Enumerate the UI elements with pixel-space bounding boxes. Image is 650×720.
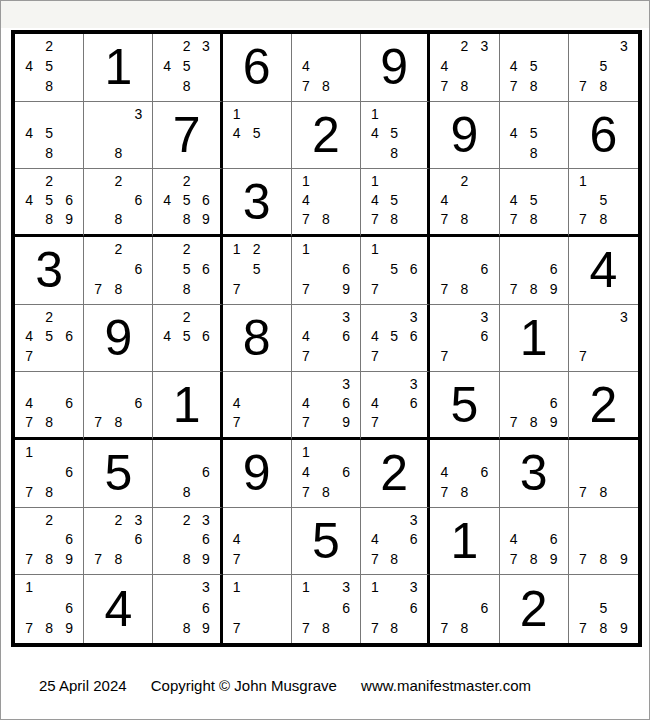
cell-r3c5: 1478 [292,169,361,237]
candidate-digit: 8 [108,143,128,163]
candidate-empty [316,374,336,393]
candidate-empty [614,171,634,190]
candidate-digit: 1 [365,104,384,124]
candidate-digit: 6 [336,598,356,618]
cell-r2c1: 458 [15,102,84,170]
candidate-digit: 7 [573,210,593,229]
candidate-empty [88,124,108,144]
candidate-digit: 7 [365,549,384,569]
candidate-empty [524,510,544,530]
candidate-empty [59,374,79,393]
candidate-empty [593,442,613,462]
candidate-empty [177,346,196,366]
candidate-grid: 4678 [15,372,83,437]
candidate-empty [19,210,39,229]
candidate-empty [59,346,79,366]
candidate-grid: 3578 [569,34,638,101]
candidate-grid: 16789 [15,575,83,643]
candidate-empty [336,36,356,56]
candidate-digit: 8 [454,210,474,229]
candidate-digit: 8 [177,549,196,569]
candidate-grid: 37 [569,305,638,372]
candidate-digit: 6 [128,191,148,210]
candidate-digit: 7 [296,482,316,502]
candidate-grid: 14678 [292,440,360,507]
candidate-empty [88,210,108,229]
candidate-empty [316,279,336,299]
solved-digit: 7 [153,102,219,169]
candidate-digit: 6 [59,462,79,482]
candidate-empty [573,442,593,462]
cell-r7c1: 1678 [15,440,84,508]
solved-digit: 9 [430,102,498,169]
candidate-empty [267,124,287,144]
cell-r6c7: 5 [430,372,499,440]
candidate-empty [247,598,267,618]
candidate-digit: 2 [247,239,267,259]
candidate-digit: 2 [177,239,196,259]
candidate-empty [19,76,39,96]
candidate-empty [614,210,634,229]
candidate-empty [196,346,215,366]
candidate-digit: 7 [365,210,384,229]
solved-digit: 3 [223,169,291,234]
candidate-digit: 7 [227,618,247,638]
candidate-empty [593,462,613,482]
candidate-empty [157,210,176,229]
candidate-digit: 4 [504,56,524,76]
candidate-grid: 1578 [569,169,638,234]
candidate-empty [544,56,564,76]
candidate-digit: 3 [196,577,215,597]
candidate-empty [59,510,79,530]
sudoku-board: 2458123458647892347845783578458387145214… [11,30,642,647]
candidate-empty [39,374,59,393]
candidate-empty [544,76,564,96]
candidate-grid: 6789 [500,237,568,304]
candidate-empty [39,577,59,597]
candidate-digit: 8 [385,210,404,229]
candidate-digit: 8 [39,413,59,432]
candidate-digit: 8 [593,76,613,96]
candidate-empty [59,171,79,190]
candidate-digit: 5 [177,327,196,347]
candidate-grid: 3689 [153,575,219,643]
candidate-digit: 6 [336,259,356,279]
candidate-empty [365,307,384,327]
candidate-empty [385,394,404,413]
candidate-empty [39,346,59,366]
candidate-empty [573,530,593,550]
cell-r3c2: 268 [84,169,153,237]
candidate-empty [504,171,524,190]
candidate-digit: 9 [544,279,564,299]
candidate-empty [573,191,593,210]
candidate-empty [434,171,454,190]
candidate-empty [434,577,454,597]
cell-r9c2: 4 [84,575,153,643]
candidate-empty [108,259,128,279]
candidate-digit: 8 [593,618,613,638]
candidate-digit: 4 [296,327,316,347]
candidate-digit: 2 [39,171,59,190]
candidate-grid: 1567 [361,237,427,304]
candidate-empty [434,239,454,259]
solved-digit: 9 [223,440,291,507]
candidate-empty [267,549,287,569]
candidate-grid: 47 [223,372,291,437]
candidate-empty [544,210,564,229]
candidate-empty [336,56,356,76]
candidate-empty [454,307,474,327]
candidate-digit: 6 [336,327,356,347]
cell-r8c2: 23678 [84,508,153,576]
candidate-empty [267,374,287,393]
candidate-digit: 8 [39,618,59,638]
candidate-empty [316,413,336,432]
candidate-digit: 9 [614,618,634,638]
header-strip [1,1,649,28]
candidate-grid: 34679 [292,372,360,437]
candidate-empty [614,442,634,462]
candidate-digit: 8 [524,549,544,569]
candidate-digit: 4 [434,462,454,482]
candidate-empty [88,239,108,259]
candidate-digit: 6 [336,394,356,413]
candidate-empty [404,239,423,259]
cell-r1c4: 6 [223,34,292,102]
candidate-empty [385,530,404,550]
candidate-digit: 6 [404,394,423,413]
candidate-empty [614,577,634,597]
candidate-digit: 9 [544,413,564,432]
candidate-digit: 3 [404,510,423,530]
candidate-empty [573,598,593,618]
candidate-grid: 3467 [361,372,427,437]
candidate-empty [157,530,176,550]
candidate-digit: 2 [108,171,128,190]
candidate-empty [385,598,404,618]
candidate-digit: 7 [434,279,454,299]
cell-r3c8: 4578 [500,169,569,237]
cell-r1c8: 4578 [500,34,569,102]
candidate-empty [454,259,474,279]
candidate-digit: 4 [365,394,384,413]
candidate-empty [196,279,215,299]
candidate-digit: 3 [128,104,148,124]
candidate-grid: 23678 [84,508,152,575]
candidate-empty [336,618,356,638]
solved-digit: 5 [84,440,152,507]
candidate-digit: 7 [434,482,454,502]
candidate-empty [19,598,39,618]
candidate-empty [474,482,494,502]
candidate-empty [316,56,336,76]
candidate-digit: 6 [59,394,79,413]
candidate-empty [247,618,267,638]
candidate-empty [157,171,176,190]
candidate-empty [59,307,79,327]
cell-r4c1: 3 [15,237,84,305]
cell-r3c3: 245689 [153,169,222,237]
candidate-digit: 3 [404,307,423,327]
candidate-digit: 3 [336,374,356,393]
candidate-digit: 1 [365,239,384,259]
candidate-grid: 458 [15,102,83,169]
candidate-empty [59,104,79,124]
solved-digit: 1 [84,34,152,101]
candidate-digit: 7 [573,549,593,569]
candidate-empty [593,577,613,597]
candidate-grid: 678 [84,372,152,437]
candidate-empty [59,577,79,597]
cell-r9c8: 2 [500,575,569,643]
candidate-empty [504,143,524,163]
solved-digit: 4 [569,237,638,304]
candidate-empty [19,104,39,124]
solved-digit: 5 [292,508,360,575]
candidate-digit: 4 [227,394,247,413]
candidate-empty [196,56,215,76]
candidate-empty [59,124,79,144]
candidate-empty [267,530,287,550]
cell-r7c7: 4678 [430,440,499,508]
candidate-empty [404,210,423,229]
candidate-empty [474,279,494,299]
candidate-empty [247,394,267,413]
candidate-digit: 2 [39,307,59,327]
cell-r3c9: 1578 [569,169,638,237]
candidate-empty [593,171,613,190]
candidate-digit: 1 [296,442,316,462]
candidate-digit: 8 [39,76,59,96]
candidate-empty [474,442,494,462]
cell-r2c5: 2 [292,102,361,170]
candidate-empty [296,36,316,56]
candidate-empty [59,482,79,502]
cell-r8c5: 5 [292,508,361,576]
candidate-empty [454,191,474,210]
candidate-digit: 6 [404,598,423,618]
candidate-empty [59,36,79,56]
candidate-digit: 3 [474,36,494,56]
candidate-grid: 23458 [153,34,219,101]
candidate-empty [316,307,336,327]
candidate-empty [316,259,336,279]
candidate-empty [524,530,544,550]
candidate-digit: 8 [524,413,544,432]
candidate-empty [434,259,454,279]
candidate-empty [59,413,79,432]
cell-r4c3: 2568 [153,237,222,305]
candidate-digit: 2 [108,510,128,530]
candidate-digit: 6 [474,598,494,618]
candidate-grid: 13678 [292,575,360,643]
cell-r2c4: 145 [223,102,292,170]
candidate-empty [267,143,287,163]
candidate-empty [157,36,176,56]
candidate-digit: 6 [128,394,148,413]
candidate-digit: 4 [19,124,39,144]
candidate-empty [385,239,404,259]
candidate-empty [316,36,336,56]
cell-r4c4: 1257 [223,237,292,305]
solved-digit: 5 [430,372,498,437]
candidate-empty [19,307,39,327]
candidate-empty [573,462,593,482]
candidate-empty [227,143,247,163]
candidate-digit: 9 [59,618,79,638]
candidate-digit: 2 [39,510,59,530]
candidate-empty [88,259,108,279]
cell-r7c5: 14678 [292,440,361,508]
cell-r4c9: 4 [569,237,638,305]
candidate-empty [474,171,494,190]
cell-r9c9: 5789 [569,575,638,643]
solved-digit: 6 [223,34,291,101]
candidate-empty [593,327,613,347]
cell-r6c3: 1 [153,372,222,440]
candidate-grid: 367 [430,305,498,372]
cell-r5c3: 2456 [153,305,222,373]
cell-r5c7: 367 [430,305,499,373]
candidate-empty [573,577,593,597]
candidate-empty [59,76,79,96]
candidate-digit: 7 [504,210,524,229]
candidate-digit: 6 [544,530,564,550]
candidate-empty [157,279,176,299]
candidate-empty [267,104,287,124]
candidate-empty [524,259,544,279]
candidate-digit: 4 [19,327,39,347]
cell-r5c9: 37 [569,305,638,373]
candidate-digit: 7 [227,549,247,569]
candidate-digit: 1 [296,577,316,597]
candidate-digit: 8 [524,76,544,96]
candidate-empty [88,104,108,124]
candidate-empty [267,510,287,530]
candidate-digit: 4 [365,327,384,347]
candidate-empty [39,394,59,413]
candidate-empty [593,530,613,550]
candidate-digit: 1 [19,577,39,597]
solved-digit: 1 [153,372,219,437]
cell-r7c3: 68 [153,440,222,508]
candidate-empty [544,143,564,163]
candidate-digit: 8 [454,76,474,96]
candidate-empty [385,413,404,432]
candidate-empty [614,462,634,482]
candidate-grid: 14578 [361,169,427,234]
candidate-empty [544,104,564,124]
candidate-digit: 6 [196,462,215,482]
cell-r7c8: 3 [500,440,569,508]
candidate-empty [267,279,287,299]
candidate-empty [474,210,494,229]
cell-r7c6: 2 [361,440,430,508]
candidate-empty [88,510,108,530]
candidate-empty [336,482,356,502]
candidate-empty [404,413,423,432]
candidate-digit: 2 [39,36,59,56]
candidate-empty [614,598,634,618]
candidate-digit: 7 [573,482,593,502]
candidate-digit: 8 [524,279,544,299]
candidate-digit: 4 [19,191,39,210]
candidate-digit: 3 [336,577,356,597]
candidate-empty [544,171,564,190]
candidate-digit: 8 [39,549,59,569]
candidate-empty [316,346,336,366]
footer-website: www.manifestmaster.com [361,677,531,694]
candidate-empty [614,346,634,366]
candidate-digit: 8 [177,76,196,96]
solved-digit: 9 [84,305,152,372]
candidate-digit: 8 [177,482,196,502]
candidate-digit: 6 [196,327,215,347]
candidate-digit: 5 [385,327,404,347]
candidate-digit: 1 [365,577,384,597]
candidate-empty [385,104,404,124]
candidate-empty [524,171,544,190]
candidate-empty [573,327,593,347]
candidate-digit: 5 [385,124,404,144]
candidate-digit: 7 [19,549,39,569]
candidate-digit: 6 [128,259,148,279]
candidate-grid: 6789 [500,372,568,437]
cell-r3c7: 2478 [430,169,499,237]
cell-r8c8: 46789 [500,508,569,576]
candidate-empty [573,307,593,327]
cell-r6c1: 4678 [15,372,84,440]
candidate-digit: 4 [157,327,176,347]
candidate-grid: 34567 [361,305,427,372]
candidate-empty [316,191,336,210]
candidate-empty [365,143,384,163]
candidate-digit: 5 [177,56,196,76]
candidate-digit: 6 [336,462,356,482]
candidate-digit: 7 [227,279,247,299]
candidate-empty [128,124,148,144]
candidate-empty [227,374,247,393]
candidate-empty [227,510,247,530]
candidate-empty [544,36,564,56]
candidate-empty [336,210,356,229]
candidate-digit: 6 [59,598,79,618]
candidate-digit: 5 [39,327,59,347]
cell-r3c6: 14578 [361,169,430,237]
candidate-grid: 23478 [430,34,498,101]
candidate-digit: 8 [177,210,196,229]
candidate-empty [454,598,474,618]
candidate-digit: 4 [227,124,247,144]
candidate-empty [454,239,474,259]
candidate-grid: 268 [84,169,152,234]
candidate-empty [504,259,524,279]
candidate-digit: 1 [227,577,247,597]
candidate-empty [157,577,176,597]
cell-r8c6: 34678 [361,508,430,576]
solved-digit: 2 [569,372,638,437]
candidate-empty [404,104,423,124]
candidate-empty [88,143,108,163]
candidate-digit: 2 [108,239,128,259]
cell-r6c6: 3467 [361,372,430,440]
candidate-empty [614,191,634,210]
candidate-empty [157,482,176,502]
candidate-empty [267,259,287,279]
candidate-empty [196,307,215,327]
